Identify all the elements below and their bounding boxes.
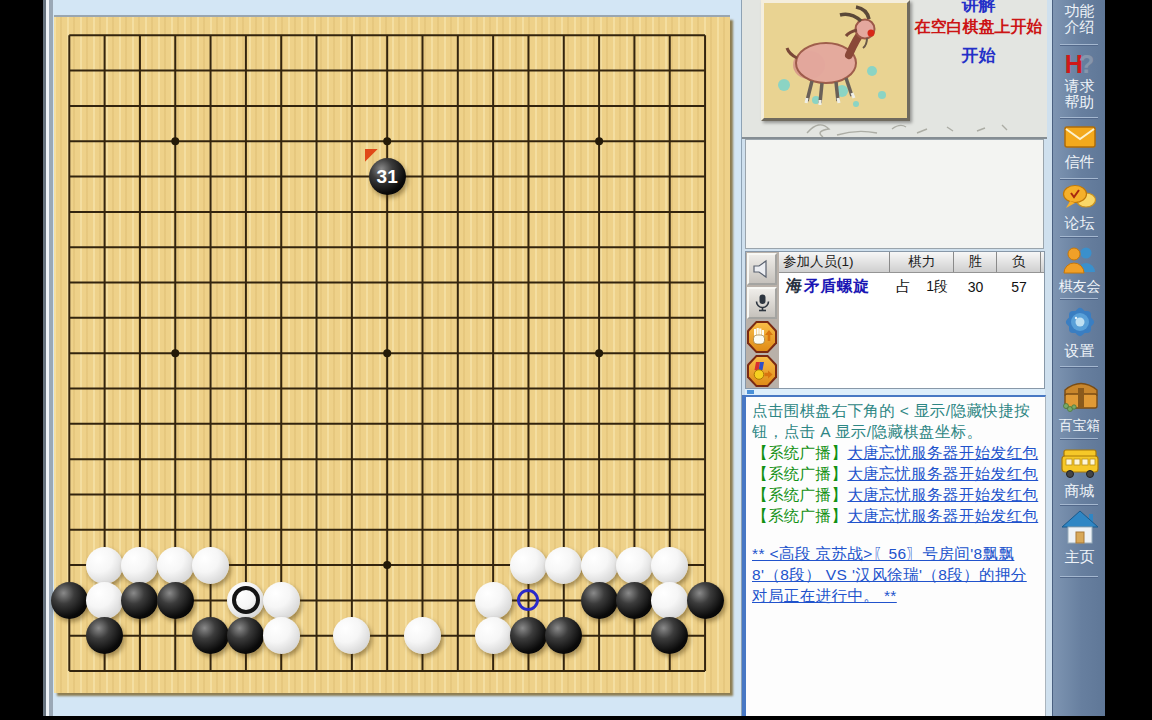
participant-name[interactable]: 矛盾螺旋 [804, 276, 870, 297]
function-sidebar: 功能介绍 H? 请求帮助 信件 论坛 [1052, 0, 1105, 716]
chat-panel[interactable]: 点击围棋盘右下角的 < 显示/隐藏快捷按钮，点击 A 显示/隐藏棋盘坐标。 【系… [742, 395, 1046, 716]
room-button-column [746, 252, 779, 388]
circle-marker-on-white-stone [232, 586, 260, 614]
sidebar-divider [1060, 366, 1098, 367]
white-stone [192, 547, 229, 584]
sidebar-item-friends[interactable]: 棋友会 [1053, 242, 1106, 294]
star-point [595, 349, 603, 357]
participants-table-header: 参加人员(1) 棋力 胜 负 [779, 252, 1044, 273]
blue-circle-empty-point-marker [517, 589, 539, 611]
broadcast-link[interactable]: 大唐忘忧服务器开始发红包 [847, 465, 1038, 482]
sidebar-divider [1060, 178, 1098, 179]
window-left-frame [43, 0, 53, 716]
sidebar-label-features: 功能介绍 [1063, 3, 1097, 35]
goat-painting [761, 0, 910, 121]
black-stone: 31 [369, 158, 406, 195]
goat-icon [764, 3, 907, 118]
friends-icon [1062, 242, 1098, 274]
sidebar-divider [1060, 44, 1098, 45]
microphone-button[interactable] [747, 287, 777, 319]
header-participants: 参加人员(1) [779, 252, 890, 272]
white-stone [616, 547, 653, 584]
raise-hand-button[interactable] [747, 321, 777, 353]
white-stone [651, 547, 688, 584]
go-board[interactable]: 31 [54, 17, 730, 693]
screen: 31 [0, 0, 1152, 720]
mail-icon [1063, 124, 1097, 150]
black-stone [157, 582, 194, 619]
black-stone [581, 582, 618, 619]
sidebar-item-help[interactable]: H? 请求帮助 [1053, 50, 1106, 110]
sidebar-divider [1060, 438, 1098, 439]
participant-row[interactable]: 海 矛盾螺旋 占 1段 30 57 [779, 273, 1044, 300]
mall-bus-icon [1060, 447, 1100, 479]
participant-avatar: 海 [785, 276, 803, 297]
sidebar-divider [1060, 298, 1098, 299]
broadcast-link[interactable]: 大唐忘忧服务器开始发红包 [847, 486, 1038, 503]
header-strength: 棋力 [890, 252, 954, 272]
ink-sketch [797, 111, 1027, 137]
home-icon [1060, 509, 1100, 545]
sidebar-label-mall: 商城 [1053, 483, 1106, 499]
white-stone [475, 617, 512, 654]
info-empty-panel [745, 139, 1044, 249]
match-notice-message: ** <高段 京苏战>〖56〗号房间'8飘飘8'（8段） VS '汉风徐瑞'（8… [752, 543, 1040, 606]
microphone-icon [751, 293, 773, 313]
splitter-grip[interactable] [747, 390, 754, 394]
help-h-question-icon: H? [1053, 50, 1106, 78]
white-stone [545, 547, 582, 584]
sidebar-divider [1060, 576, 1098, 577]
black-stone [51, 582, 88, 619]
sidebar-item-mall[interactable]: 商城 [1053, 447, 1106, 499]
white-stone [651, 582, 688, 619]
star-point [171, 137, 179, 145]
sidebar-item-home[interactable]: 主页 [1053, 509, 1106, 565]
white-stone [157, 547, 194, 584]
sidebar-item-features[interactable]: 功能介绍 [1053, 3, 1106, 35]
white-stone [86, 582, 123, 619]
broadcast-link[interactable]: 大唐忘忧服务器开始发红包 [847, 444, 1038, 461]
sidebar-item-treasure[interactable]: 百宝箱 [1053, 375, 1106, 433]
broadcast-message: 【系统广播】大唐忘忧服务器开始发红包 [752, 463, 1040, 484]
sidebar-label-home: 主页 [1053, 549, 1106, 565]
star-point [383, 137, 391, 145]
white-stone [121, 547, 158, 584]
sidebar-divider [1060, 236, 1098, 237]
sidebar-item-forum[interactable]: 论坛 [1053, 183, 1106, 231]
broadcast-prefix: 【系统广播】 [752, 486, 847, 503]
match-notice-link[interactable]: ** <高段 京苏战>〖56〗号房间'8飘飘8'（8段） VS '汉风徐瑞'（8… [752, 545, 1027, 604]
forum-icon [1062, 183, 1098, 211]
sidebar-label-forum: 论坛 [1053, 215, 1106, 231]
header-losses: 负 [997, 252, 1041, 272]
system-hint-message: 点击围棋盘右下角的 < 显示/隐藏快捷按钮，点击 A 显示/隐藏棋盘坐标。 [752, 400, 1040, 442]
seat-mark: 占 [896, 277, 911, 296]
header-wins: 胜 [954, 252, 997, 272]
lecture-header-zone: 讲解 在空白棋盘上开始 开始 [742, 0, 1047, 139]
broadcast-prefix: 【系统广播】 [752, 507, 847, 524]
sidebar-label-mail: 信件 [1053, 154, 1106, 170]
broadcast-prefix: 【系统广播】 [752, 444, 847, 461]
star-point [171, 349, 179, 357]
participants-table: 参加人员(1) 棋力 胜 负 海 矛盾螺旋 占 1段 30 57 [779, 252, 1044, 388]
sidebar-divider [1060, 504, 1098, 505]
lecture-start-line[interactable]: 开始 [910, 44, 1047, 67]
sidebar-item-settings[interactable]: 设置 [1053, 305, 1106, 359]
participant-wins: 30 [954, 273, 997, 300]
medal-icon [750, 360, 774, 382]
star-point [383, 561, 391, 569]
white-stone [263, 617, 300, 654]
raise-hand-icon [750, 326, 774, 348]
lecture-mode-line: 在空白棋盘上开始 [896, 17, 1047, 38]
broadcast-prefix: 【系统广播】 [752, 465, 847, 482]
right-panel: 讲解 在空白棋盘上开始 开始 [741, 0, 1052, 716]
sidebar-divider [1060, 117, 1098, 118]
star-point [595, 137, 603, 145]
award-button[interactable] [747, 355, 777, 387]
white-stone [86, 547, 123, 584]
black-stone [616, 582, 653, 619]
star-point [383, 349, 391, 357]
white-stone [581, 547, 618, 584]
sidebar-label-friends: 棋友会 [1053, 278, 1106, 294]
lecture-title: 讲解 [910, 0, 1047, 16]
white-stone [475, 582, 512, 619]
white-stone [404, 617, 441, 654]
treasure-chest-icon [1059, 375, 1101, 413]
sidebar-item-mail[interactable]: 信件 [1053, 124, 1106, 170]
broadcast-message: 【系统广播】大唐忘忧服务器开始发红包 [752, 442, 1040, 463]
black-stone [687, 582, 724, 619]
speaker-button[interactable] [747, 253, 777, 285]
participants-panel: 参加人员(1) 棋力 胜 负 海 矛盾螺旋 占 1段 30 57 [745, 251, 1045, 389]
settings-gear-icon [1062, 305, 1098, 339]
black-stone [510, 617, 547, 654]
broadcast-message: 【系统广播】大唐忘忧服务器开始发红包 [752, 484, 1040, 505]
broadcast-link[interactable]: 大唐忘忧服务器开始发红包 [847, 507, 1038, 524]
participant-name-cell: 海 矛盾螺旋 [779, 273, 890, 300]
participant-rank: 1段 [926, 278, 948, 296]
white-stone [263, 582, 300, 619]
participant-strength-cell: 占 1段 [890, 273, 954, 300]
move-number-label: 31 [369, 158, 406, 195]
white-stone [510, 547, 547, 584]
sidebar-label-treasure: 百宝箱 [1053, 417, 1106, 433]
speaker-icon [751, 259, 773, 279]
broadcast-message: 【系统广播】大唐忘忧服务器开始发红包 [752, 505, 1040, 526]
sidebar-label-help: 请求帮助 [1063, 78, 1097, 110]
participant-losses: 57 [997, 273, 1041, 300]
sidebar-label-settings: 设置 [1053, 343, 1106, 359]
